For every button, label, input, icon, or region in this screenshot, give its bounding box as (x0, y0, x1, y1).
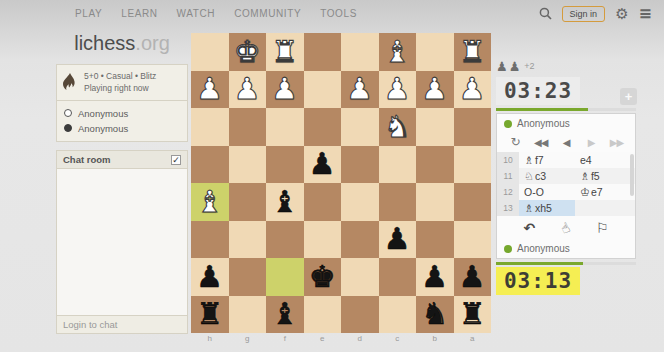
figurine-icon: ♗ (524, 154, 534, 167)
square-f4[interactable] (266, 146, 304, 184)
move-list-scrollbar[interactable] (630, 154, 634, 196)
online-dot-icon (504, 120, 512, 128)
square-a4[interactable] (454, 146, 492, 184)
file-label-a: a (454, 334, 492, 343)
square-a3[interactable] (454, 108, 492, 146)
move-number: 10 (497, 152, 519, 168)
game-info-line1: 5+0 • Casual • Blitz (84, 70, 156, 82)
file-label-c: c (379, 334, 417, 343)
spectator-pawn-icons: ♟♟ (496, 59, 521, 74)
chat-title: Chat room (63, 154, 111, 165)
move-list: 10♗f7e411♘c3♗f512O-O♔e713♗xh5 (497, 152, 635, 216)
cycle-icon[interactable]: ↻ (503, 135, 528, 149)
player-list: Anonymous Anonymous (56, 101, 188, 142)
black-piece-h7[interactable]: ♟ (196, 262, 223, 292)
game-side-panel: ♟♟ +2 03:23 + Anonymous ↻ ◀◀ ◀ ▶ ▶▶ 10♗f… (496, 55, 637, 295)
bottom-player-name: Anonymous (517, 243, 570, 254)
square-d1[interactable] (341, 33, 379, 71)
white-piece-d2[interactable]: ♟ (346, 74, 373, 104)
square-e3[interactable] (304, 108, 342, 146)
square-a8[interactable]: ♜ (454, 296, 492, 334)
square-a6[interactable] (454, 221, 492, 259)
move-row-13: 13♗xh5 (497, 200, 635, 216)
square-e2[interactable] (304, 71, 342, 109)
add-time-button[interactable]: + (620, 88, 637, 105)
square-f2[interactable]: ♟ (266, 71, 304, 109)
square-g3[interactable] (229, 108, 267, 146)
chat-login-prompt: Login to chat (57, 315, 187, 333)
square-b3[interactable] (416, 108, 454, 146)
square-e4[interactable]: ♟ (304, 146, 342, 184)
figurine-icon: ♗ (580, 170, 590, 183)
lichess-logo[interactable]: lichess.org (56, 32, 188, 55)
move-row-12: 12O-O♔e7 (497, 184, 635, 200)
white-piece-a2[interactable]: ♟ (459, 74, 486, 104)
square-a7[interactable]: ♟ (454, 258, 492, 296)
search-icon[interactable] (539, 7, 552, 20)
file-label-e: e (304, 334, 342, 343)
move-11-white[interactable]: ♘c3 (519, 168, 575, 184)
black-color-icon (64, 124, 72, 132)
square-h5[interactable]: ♝ (191, 183, 229, 221)
square-f5[interactable]: ♝ (266, 183, 304, 221)
black-piece-f5[interactable]: ♝ (271, 187, 298, 217)
square-c8[interactable] (379, 296, 417, 334)
square-h7[interactable]: ♟ (191, 258, 229, 296)
square-c2[interactable]: ♟ (379, 71, 417, 109)
top-player-name: Anonymous (517, 118, 570, 129)
nav-link-learn[interactable]: LEARN (121, 8, 157, 19)
square-b7[interactable]: ♟ (416, 258, 454, 296)
draw-offer-hand-icon[interactable]: ☝ (559, 220, 573, 236)
white-piece-h5[interactable]: ♝ (196, 187, 223, 217)
nav-link-play[interactable]: PLAY (75, 8, 102, 19)
white-piece-g2[interactable]: ♟ (234, 74, 261, 104)
square-h2[interactable]: ♟ (191, 71, 229, 109)
blitz-flame-icon (63, 73, 77, 92)
square-c1[interactable]: ♝ (379, 33, 417, 71)
figurine-icon: ♘ (524, 170, 534, 183)
white-player-row: Anonymous (64, 106, 180, 121)
black-piece-b7[interactable]: ♟ (421, 262, 448, 292)
top-player-row: Anonymous (497, 114, 635, 133)
file-label-g: g (229, 334, 267, 343)
white-color-icon (64, 109, 72, 117)
top-navigation: PLAYLEARNWATCHCOMMUNITYTOOLS Sign in ⚙ ≡ (0, 0, 664, 28)
square-d7[interactable] (341, 258, 379, 296)
white-piece-h2[interactable]: ♟ (196, 74, 223, 104)
first-move-icon[interactable]: ◀◀ (528, 137, 553, 148)
spectator-count: +2 (524, 61, 534, 71)
square-g8[interactable] (229, 296, 267, 334)
square-f8[interactable]: ♝ (266, 296, 304, 334)
file-label-h: h (191, 334, 229, 343)
square-h8[interactable]: ♜ (191, 296, 229, 334)
file-coordinates: hgfedcba (191, 334, 491, 343)
black-piece-e4[interactable]: ♟ (309, 149, 336, 179)
square-g6[interactable] (229, 221, 267, 259)
bottom-player-row: Anonymous (497, 239, 635, 258)
square-a5[interactable] (454, 183, 492, 221)
move-number: 11 (497, 168, 519, 184)
white-player-name: Anonymous (78, 106, 128, 121)
white-piece-g1[interactable]: ♚ (234, 37, 261, 67)
left-sidebar: lichess.org 5+0 • Casual • Blitz Playing… (56, 32, 188, 334)
square-f7[interactable] (266, 258, 304, 296)
square-c5[interactable] (379, 183, 417, 221)
gear-icon[interactable]: ⚙ (615, 5, 628, 23)
square-d2[interactable]: ♟ (341, 71, 379, 109)
move-12-black[interactable]: ♔e7 (575, 184, 631, 200)
square-b5[interactable] (416, 183, 454, 221)
online-dot-icon (504, 245, 512, 253)
white-piece-f1[interactable]: ♜ (271, 37, 298, 67)
black-piece-h8[interactable]: ♜ (196, 299, 223, 329)
square-g2[interactable]: ♟ (229, 71, 267, 109)
black-piece-a8[interactable]: ♜ (459, 299, 486, 329)
nav-links: PLAYLEARNWATCHCOMMUNITYTOOLS (75, 8, 357, 19)
square-b1[interactable] (416, 33, 454, 71)
resign-flag-icon[interactable]: ⚐ (596, 221, 609, 235)
square-d5[interactable] (341, 183, 379, 221)
square-c4[interactable] (379, 146, 417, 184)
move-11-black[interactable]: ♗f5 (575, 168, 631, 184)
square-d6[interactable] (341, 221, 379, 259)
square-g4[interactable] (229, 146, 267, 184)
previous-move-icon[interactable]: ◀ (553, 137, 578, 148)
square-c6[interactable]: ♟ (379, 221, 417, 259)
file-label-f: f (266, 334, 304, 343)
move-12-white[interactable]: O-O (519, 184, 575, 200)
square-b6[interactable] (416, 221, 454, 259)
square-c7[interactable] (379, 258, 417, 296)
square-d3[interactable] (341, 108, 379, 146)
white-piece-c1[interactable]: ♝ (384, 37, 411, 67)
white-piece-b2[interactable]: ♟ (421, 74, 448, 104)
chat-toggle-checkbox[interactable]: ✓ (171, 155, 181, 165)
square-h1[interactable] (191, 33, 229, 71)
move-number: 13 (497, 200, 519, 216)
nav-link-community[interactable]: COMMUNITY (234, 8, 301, 19)
square-a1[interactable]: ♜ (454, 33, 492, 71)
file-label-b: b (416, 334, 454, 343)
square-b8[interactable]: ♞ (416, 296, 454, 334)
move-10-white[interactable]: ♗f7 (519, 152, 575, 168)
square-f6[interactable] (266, 221, 304, 259)
white-piece-f2[interactable]: ♟ (271, 74, 298, 104)
square-g7[interactable] (229, 258, 267, 296)
chat-messages-area (57, 169, 187, 315)
sign-in-button[interactable]: Sign in (562, 6, 606, 22)
move-10-black[interactable]: e4 (575, 152, 631, 168)
square-h3[interactable] (191, 108, 229, 146)
black-piece-b8[interactable]: ♞ (421, 299, 448, 329)
white-piece-a1[interactable]: ♜ (459, 37, 486, 67)
takeback-icon[interactable]: ↶ (524, 221, 536, 235)
last-move-icon[interactable]: ▶▶ (604, 137, 629, 148)
white-piece-c3[interactable]: ♞ (384, 112, 411, 142)
square-g5[interactable] (229, 183, 267, 221)
next-move-icon[interactable]: ▶ (579, 137, 604, 148)
replay-controls: ↻ ◀◀ ◀ ▶ ▶▶ (497, 133, 635, 152)
square-e8[interactable] (304, 296, 342, 334)
game-actions: ↶ ☝ ⚐ (497, 216, 635, 239)
nav-link-tools[interactable]: TOOLS (320, 8, 357, 19)
figurine-icon: ♗ (524, 202, 534, 215)
file-label-d: d (341, 334, 379, 343)
bottom-time-bar (496, 262, 636, 265)
move-number: 12 (497, 184, 519, 200)
square-e7[interactable]: ♚ (304, 258, 342, 296)
black-piece-a7[interactable]: ♟ (459, 262, 486, 292)
square-e5[interactable] (304, 183, 342, 221)
black-piece-f8[interactable]: ♝ (271, 299, 298, 329)
square-f1[interactable]: ♜ (266, 33, 304, 71)
square-e6[interactable] (304, 221, 342, 259)
square-h4[interactable] (191, 146, 229, 184)
move-row-10: 10♗f7e4 (497, 152, 635, 168)
game-info-line2: Playing right now (84, 82, 156, 94)
black-piece-c6[interactable]: ♟ (384, 224, 411, 254)
move-13-black[interactable] (575, 200, 631, 216)
black-piece-e7[interactable]: ♚ (309, 262, 336, 292)
square-g1[interactable]: ♚ (229, 33, 267, 71)
square-c3[interactable]: ♞ (379, 108, 417, 146)
black-player-name: Anonymous (78, 121, 128, 136)
game-info-box: 5+0 • Casual • Blitz Playing right now (56, 64, 188, 101)
square-e1[interactable] (304, 33, 342, 71)
square-d4[interactable] (341, 146, 379, 184)
square-b2[interactable]: ♟ (416, 71, 454, 109)
spectators-row: ♟♟ +2 (496, 55, 637, 77)
square-h6[interactable] (191, 221, 229, 259)
move-13-white[interactable]: ♗xh5 (519, 200, 575, 216)
black-player-row: Anonymous (64, 121, 180, 136)
top-player-clock: 03:23 (496, 77, 580, 105)
square-f3[interactable] (266, 108, 304, 146)
hamburger-icon[interactable]: ≡ (639, 4, 652, 23)
chess-board-container: ♚♜♝♜♟♟♟♟♟♟♟♞♟♝♝♟♟♚♟♟♜♝♞♜ hgfedcba (191, 33, 491, 343)
move-panel: Anonymous ↻ ◀◀ ◀ ▶ ▶▶ 10♗f7e411♘c3♗f512O… (496, 113, 636, 259)
move-row-11: 11♘c3♗f5 (497, 168, 635, 184)
white-piece-c2[interactable]: ♟ (384, 74, 411, 104)
square-a2[interactable]: ♟ (454, 71, 492, 109)
figurine-icon: ♔ (580, 186, 590, 199)
square-b4[interactable] (416, 146, 454, 184)
top-time-bar (496, 108, 636, 111)
bottom-player-clock: 03:13 (496, 267, 580, 295)
nav-link-watch[interactable]: WATCH (177, 8, 216, 19)
chess-board[interactable]: ♚♜♝♜♟♟♟♟♟♟♟♞♟♝♝♟♟♚♟♟♜♝♞♜ (191, 33, 491, 333)
chat-panel: Chat room ✓ Login to chat (56, 150, 188, 334)
square-d8[interactable] (341, 296, 379, 334)
